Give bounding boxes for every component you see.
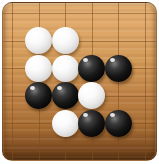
white-stone <box>52 55 79 82</box>
white-stone <box>25 27 52 54</box>
grid-line-horizontal <box>3 151 156 152</box>
black-stone <box>25 82 52 109</box>
white-stone <box>78 82 105 109</box>
grid-line-vertical <box>145 3 146 160</box>
black-stone <box>78 110 105 137</box>
black-stone <box>78 55 105 82</box>
black-stone <box>105 110 132 137</box>
grid-line-horizontal <box>3 13 156 14</box>
white-stone <box>52 110 79 137</box>
black-stone <box>105 55 132 82</box>
go-board[interactable] <box>2 2 157 161</box>
white-stone <box>52 27 79 54</box>
grid-line-vertical <box>12 3 13 160</box>
white-stone <box>25 55 52 82</box>
game-screen <box>0 0 159 164</box>
black-stone <box>52 82 79 109</box>
